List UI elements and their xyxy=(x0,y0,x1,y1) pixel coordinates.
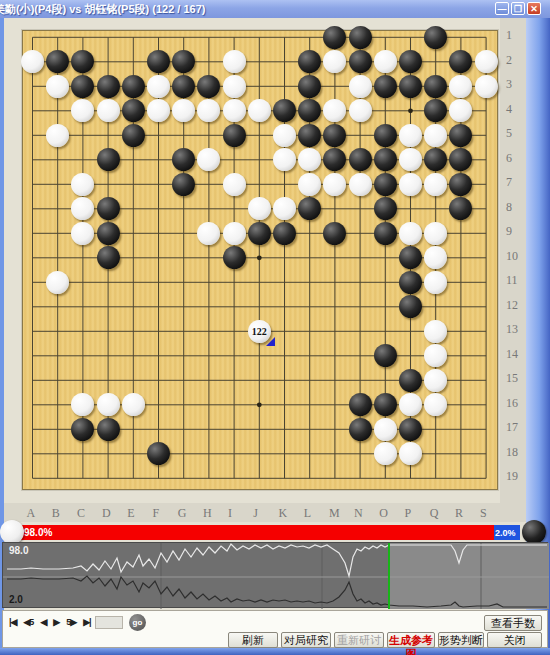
col-label-Q: Q xyxy=(430,506,439,521)
col-label-C: C xyxy=(77,506,85,521)
black-stone-I5 xyxy=(223,124,246,147)
window-border-bottom xyxy=(0,648,550,655)
white-stone-I2 xyxy=(223,50,246,73)
white-stone-Q11 xyxy=(424,271,447,294)
col-label-N: N xyxy=(354,506,363,521)
row-label-10: 10 xyxy=(506,249,518,264)
row-label-1: 1 xyxy=(506,28,512,43)
black-stone-P3 xyxy=(399,75,422,98)
black-stone-P15 xyxy=(399,369,422,392)
black-stone-D9 xyxy=(97,222,120,245)
current-move-marker-icon xyxy=(266,337,275,346)
black-winrate-label: 2.0% xyxy=(495,528,516,538)
white-stone-N4 xyxy=(349,99,372,122)
white-stone-Q15 xyxy=(424,369,447,392)
col-label-D: D xyxy=(102,506,111,521)
winrate-bar: 98.0% 2.0% xyxy=(0,524,550,541)
white-stone-S2 xyxy=(475,50,498,73)
white-stone-N7 xyxy=(349,173,372,196)
row-label-2: 2 xyxy=(506,53,512,68)
col-label-M: M xyxy=(329,506,340,521)
white-stone-I4 xyxy=(223,99,246,122)
col-label-O: O xyxy=(379,506,388,521)
move-number-input[interactable] xyxy=(95,616,123,629)
column-label-strip: ABCDEFGHIJKLMNOPQRS xyxy=(4,503,500,522)
judge-position-button[interactable]: 形势判断 xyxy=(438,632,484,648)
white-stone-J13: 122 xyxy=(248,320,271,343)
col-label-K: K xyxy=(279,506,288,521)
black-stone-N1 xyxy=(349,26,372,49)
white-stone-D16 xyxy=(97,393,120,416)
forward-button[interactable]: ▶ xyxy=(53,617,59,627)
row-label-gutter: 12345678910111213141516171819 xyxy=(500,18,526,522)
black-stone-D8 xyxy=(97,197,120,220)
row-label-4: 4 xyxy=(506,102,512,117)
white-stone-B3 xyxy=(46,75,69,98)
refresh-button[interactable]: 刷新 xyxy=(228,632,278,648)
black-stone-N6 xyxy=(349,148,372,171)
white-stone-icon xyxy=(0,520,24,544)
control-panel: |◀◀5◀▶5▶▶| go 查看手数 刷新对局研究重新研讨生成参考图形势判断关闭 xyxy=(2,610,548,648)
white-stone-Q5 xyxy=(424,124,447,147)
black-stone-N16 xyxy=(349,393,372,416)
col-label-H: H xyxy=(203,506,212,521)
white-stone-I9 xyxy=(223,222,246,245)
close-window-button[interactable]: 关闭 xyxy=(487,632,542,648)
row-label-18: 18 xyxy=(506,445,518,460)
black-stone-O9 xyxy=(374,222,397,245)
black-stone-D6 xyxy=(97,148,120,171)
black-stone-Q1 xyxy=(424,26,447,49)
black-stone-E3 xyxy=(122,75,145,98)
white-stone-B5 xyxy=(46,124,69,147)
white-stone-O17 xyxy=(374,418,397,441)
row-label-11: 11 xyxy=(506,273,518,288)
white-stone-Q9 xyxy=(424,222,447,245)
row-label-3: 3 xyxy=(506,77,512,92)
black-stone-D10 xyxy=(97,246,120,269)
white-stone-P7 xyxy=(399,173,422,196)
black-stone-N17 xyxy=(349,418,372,441)
black-stone-L3 xyxy=(298,75,321,98)
last-move-button[interactable]: ▶| xyxy=(83,617,90,627)
black-stone-I10 xyxy=(223,246,246,269)
white-stone-S3 xyxy=(475,75,498,98)
winrate-graph[interactable]: 98.0 2.0 xyxy=(2,542,548,608)
close-button[interactable]: ✕ xyxy=(527,2,541,15)
game-study-button[interactable]: 对局研究 xyxy=(281,632,331,648)
maximize-button[interactable]: ❐ xyxy=(511,2,525,15)
move-navigation: |◀◀5◀▶5▶▶| xyxy=(9,617,98,631)
minimize-button[interactable]: — xyxy=(495,2,509,15)
row-label-5: 5 xyxy=(506,126,512,141)
back-5-button[interactable]: ◀5 xyxy=(23,617,33,627)
row-label-19: 19 xyxy=(506,469,518,484)
black-stone-P11 xyxy=(399,271,422,294)
col-label-R: R xyxy=(455,506,463,521)
black-stone-icon xyxy=(522,520,546,544)
view-moves-button[interactable]: 查看手数 xyxy=(484,615,542,631)
white-stone-I7 xyxy=(223,173,246,196)
row-label-13: 13 xyxy=(506,322,518,337)
col-label-E: E xyxy=(127,506,134,521)
go-button[interactable]: go xyxy=(129,614,146,631)
white-stone-F3 xyxy=(147,75,170,98)
black-stone-O6 xyxy=(374,148,397,171)
row-label-7: 7 xyxy=(506,175,512,190)
window-title: 美勤(小)(P4段) vs 胡钰铭(P5段) (122 / 167) xyxy=(0,0,206,18)
black-stone-O7 xyxy=(374,173,397,196)
black-stone-K9 xyxy=(273,222,296,245)
black-stone-Q3 xyxy=(424,75,447,98)
go-board[interactable]: 122 xyxy=(22,30,498,490)
col-label-P: P xyxy=(405,506,412,521)
black-stone-O3 xyxy=(374,75,397,98)
black-stone-E5 xyxy=(122,124,145,147)
black-stone-O8 xyxy=(374,197,397,220)
row-label-9: 9 xyxy=(506,224,512,239)
row-label-8: 8 xyxy=(506,200,512,215)
white-stone-O2 xyxy=(374,50,397,73)
restudy-button: 重新研讨 xyxy=(334,632,384,648)
white-stone-E16 xyxy=(122,393,145,416)
white-stone-B11 xyxy=(46,271,69,294)
back-button[interactable]: ◀ xyxy=(40,617,46,627)
white-winrate-segment xyxy=(12,525,494,540)
black-stone-N2 xyxy=(349,50,372,73)
black-stone-G7 xyxy=(172,173,195,196)
white-stone-Q7 xyxy=(424,173,447,196)
row-label-14: 14 xyxy=(506,347,518,362)
white-stone-Q13 xyxy=(424,320,447,343)
forward-5-button[interactable]: 5▶ xyxy=(66,617,76,627)
black-stone-E4 xyxy=(122,99,145,122)
gen-reference-button[interactable]: 生成参考图 xyxy=(387,632,435,648)
row-label-17: 17 xyxy=(506,420,518,435)
col-label-S: S xyxy=(480,506,487,521)
col-label-L: L xyxy=(304,506,311,521)
white-stone-P9 xyxy=(399,222,422,245)
white-winrate-label: 98.0% xyxy=(24,527,52,538)
black-stone-J9 xyxy=(248,222,271,245)
col-label-G: G xyxy=(178,506,187,521)
row-label-15: 15 xyxy=(506,371,518,386)
white-stone-J4 xyxy=(248,99,271,122)
black-stone-O5 xyxy=(374,124,397,147)
black-stone-G3 xyxy=(172,75,195,98)
col-label-I: I xyxy=(228,506,232,521)
title-bar: 美勤(小)(P4段) vs 胡钰铭(P5段) (122 / 167) xyxy=(0,0,550,18)
white-stone-J8 xyxy=(248,197,271,220)
row-label-16: 16 xyxy=(506,396,518,411)
black-stone-D17 xyxy=(97,418,120,441)
col-label-J: J xyxy=(253,506,258,521)
black-stone-L5 xyxy=(298,124,321,147)
row-label-6: 6 xyxy=(506,151,512,166)
black-stone-O14 xyxy=(374,344,397,367)
col-label-A: A xyxy=(27,506,36,521)
row-label-12: 12 xyxy=(506,298,518,313)
white-stone-K5 xyxy=(273,124,296,147)
white-stone-L7 xyxy=(298,173,321,196)
white-stone-N3 xyxy=(349,75,372,98)
black-stone-D3 xyxy=(97,75,120,98)
col-label-B: B xyxy=(52,506,60,521)
white-stone-D4 xyxy=(97,99,120,122)
white-stone-O18 xyxy=(374,442,397,465)
winrate-graph-canvas xyxy=(3,543,549,609)
black-stone-P17 xyxy=(399,418,422,441)
first-move-button[interactable]: |◀ xyxy=(9,617,16,627)
white-stone-P5 xyxy=(399,124,422,147)
col-label-F: F xyxy=(153,506,160,521)
white-stone-I3 xyxy=(223,75,246,98)
black-stone-O16 xyxy=(374,393,397,416)
